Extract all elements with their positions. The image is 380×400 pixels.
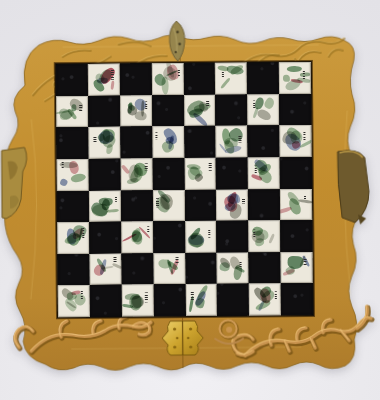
square-d5[interactable] <box>152 158 184 190</box>
paint-blob <box>135 110 148 120</box>
ink-inscription <box>114 257 117 265</box>
square-a2[interactable] <box>57 254 89 286</box>
tile-painting <box>281 252 313 284</box>
ink-inscription <box>208 230 211 238</box>
square-e7[interactable] <box>184 94 216 126</box>
tile-painting <box>279 62 311 94</box>
square-h2[interactable] <box>281 252 313 284</box>
ink-inscription <box>191 292 194 302</box>
square-a5[interactable] <box>57 159 89 191</box>
square-f4[interactable] <box>216 189 248 221</box>
ink-inscription <box>145 101 148 109</box>
square-f8[interactable] <box>215 62 247 94</box>
square-f6[interactable] <box>216 126 248 158</box>
ink-inscription <box>147 226 150 232</box>
square-c5[interactable] <box>120 158 152 190</box>
square-c2[interactable] <box>121 253 153 285</box>
ink-inscription <box>254 165 257 174</box>
ink-inscription <box>206 101 209 108</box>
square-f1[interactable] <box>217 284 249 316</box>
tile-painting <box>280 188 312 220</box>
ink-inscription <box>115 196 118 202</box>
square-g1[interactable] <box>249 284 281 316</box>
tile-painting <box>121 221 153 253</box>
square-g6[interactable] <box>248 125 280 157</box>
ink-inscription <box>209 163 212 171</box>
tile-painting <box>89 253 121 285</box>
ink-inscription <box>304 259 307 265</box>
ink-inscription <box>242 199 245 204</box>
tile-painting <box>279 125 311 157</box>
square-g3[interactable] <box>248 220 280 252</box>
square-c7[interactable] <box>120 95 152 127</box>
square-d7[interactable] <box>152 95 184 127</box>
square-e4[interactable] <box>184 189 216 221</box>
tile-painting <box>88 127 120 159</box>
ink-inscription <box>177 70 180 78</box>
paint-blob <box>257 166 265 173</box>
paint-blob <box>256 108 273 122</box>
ink-inscription <box>253 100 256 108</box>
ink-inscription <box>145 163 148 170</box>
tile-painting <box>185 221 217 253</box>
tile-painting <box>215 62 247 94</box>
chess-board: chess <box>56 62 313 317</box>
paint-blob <box>188 234 204 245</box>
tile-painting <box>89 190 121 222</box>
square-f7[interactable] <box>215 94 247 126</box>
square-g8[interactable] <box>247 62 279 94</box>
square-c1[interactable] <box>121 285 153 317</box>
tile-painting <box>120 158 152 190</box>
square-h8[interactable] <box>279 62 311 94</box>
square-c8[interactable] <box>120 63 152 95</box>
square-h6[interactable] <box>279 125 311 157</box>
paint-blob <box>129 294 142 311</box>
square-c4[interactable] <box>121 190 153 222</box>
tile-painting <box>58 285 90 317</box>
tile-painting <box>120 95 152 127</box>
tile-painting <box>153 190 185 222</box>
square-d6[interactable] <box>152 126 184 158</box>
square-a6[interactable] <box>56 127 88 159</box>
tile-painting <box>184 158 216 190</box>
tile-painting <box>249 284 281 316</box>
photo-background: chess <box>0 0 380 400</box>
paint-blob <box>263 97 276 111</box>
tile-painting <box>217 252 249 284</box>
ink-inscription <box>156 198 159 207</box>
square-g7[interactable] <box>247 94 279 126</box>
tile-painting <box>153 253 185 285</box>
square-d4[interactable] <box>153 190 185 222</box>
square-a1[interactable] <box>58 285 90 317</box>
tile-painting <box>151 63 183 95</box>
ink-inscription <box>239 135 242 142</box>
square-g4[interactable] <box>248 189 280 221</box>
tile-painting <box>248 157 280 189</box>
square-h5[interactable] <box>280 157 312 189</box>
tile-painting <box>247 94 279 126</box>
square-b3[interactable] <box>89 222 121 254</box>
square-a7[interactable] <box>56 96 88 128</box>
square-b4[interactable] <box>89 190 121 222</box>
paint-blob <box>268 233 275 244</box>
ink-inscription <box>176 257 179 263</box>
square-h4[interactable] <box>280 188 312 220</box>
ink-inscription <box>304 196 307 201</box>
ink-inscription <box>303 132 306 140</box>
ink-inscription <box>145 292 148 302</box>
square-g2[interactable] <box>249 252 281 284</box>
ink-inscription <box>275 292 278 300</box>
tile-painting <box>216 126 248 158</box>
square-h7[interactable] <box>279 94 311 126</box>
right-latch-plate <box>337 150 369 224</box>
tile-painting <box>184 94 216 126</box>
ink-inscription <box>239 261 242 268</box>
square-h3[interactable] <box>280 220 312 252</box>
paint-blob <box>255 238 264 246</box>
square-b5[interactable] <box>89 158 121 190</box>
paint-blob <box>286 66 302 73</box>
square-f3[interactable] <box>217 221 249 253</box>
square-b6[interactable] <box>88 127 120 159</box>
ink-inscription <box>94 137 97 144</box>
square-e8[interactable] <box>183 63 215 95</box>
ink-inscription <box>222 72 225 78</box>
square-a8[interactable] <box>56 64 88 96</box>
tile-painting <box>185 284 217 316</box>
tile-painting <box>56 96 88 128</box>
square-b1[interactable] <box>90 285 122 317</box>
tile-painting <box>216 189 248 221</box>
paint-blob <box>280 206 292 214</box>
tile-painting <box>57 159 89 191</box>
square-e3[interactable] <box>185 221 217 253</box>
paint-blob <box>111 80 115 90</box>
square-d8[interactable] <box>151 63 183 95</box>
ink-inscription <box>81 290 84 299</box>
tile-painting <box>152 126 184 158</box>
ink-inscription <box>80 105 83 112</box>
tile-painting <box>57 222 89 254</box>
square-b7[interactable] <box>88 95 120 127</box>
ink-inscription <box>253 229 256 237</box>
paint-blob <box>220 78 231 90</box>
square-d2[interactable] <box>153 253 185 285</box>
square-c3[interactable] <box>121 221 153 253</box>
square-h1[interactable] <box>281 283 313 315</box>
square-d3[interactable] <box>153 221 185 253</box>
square-b8[interactable] <box>88 64 120 96</box>
ink-inscription <box>155 133 158 139</box>
paint-blob <box>58 178 67 187</box>
ink-inscription <box>111 69 114 79</box>
square-e2[interactable] <box>185 253 217 285</box>
square-d1[interactable] <box>153 284 185 316</box>
ink-inscription <box>82 228 85 237</box>
tile-painting <box>88 64 120 96</box>
bottom-hinge <box>162 321 203 355</box>
paint-blob <box>71 104 76 112</box>
square-e6[interactable] <box>184 126 216 158</box>
square-a3[interactable] <box>57 222 89 254</box>
square-e1[interactable] <box>185 284 217 316</box>
ink-inscription <box>61 162 64 169</box>
square-f2[interactable] <box>217 252 249 284</box>
square-e5[interactable] <box>184 158 216 190</box>
square-a4[interactable] <box>57 190 89 222</box>
square-b2[interactable] <box>89 253 121 285</box>
tile-painting <box>121 285 153 317</box>
ink-inscription <box>303 71 306 80</box>
square-g5[interactable] <box>248 157 280 189</box>
paint-blob <box>158 258 171 268</box>
chess-board-scene: chess <box>0 0 380 400</box>
tile-painting <box>248 220 280 252</box>
square-f5[interactable] <box>216 157 248 189</box>
square-c6[interactable] <box>120 127 152 159</box>
